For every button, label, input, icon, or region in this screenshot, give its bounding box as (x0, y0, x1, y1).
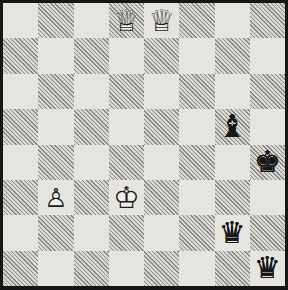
square-a2[interactable] (3, 215, 38, 250)
square-c2[interactable] (74, 215, 109, 250)
square-d8[interactable]: ♛♕ (109, 3, 144, 38)
piece-outline-glyph: ♔ (109, 180, 144, 215)
square-h8[interactable] (250, 3, 285, 38)
square-g5[interactable]: ♝ (215, 109, 250, 144)
square-g1[interactable] (215, 251, 250, 286)
square-h1[interactable]: ♛ (250, 251, 285, 286)
square-g2[interactable]: ♛ (215, 215, 250, 250)
square-c1[interactable] (74, 251, 109, 286)
piece-glyph: ♚ (250, 145, 285, 180)
piece-glyph: ♛ (215, 215, 250, 250)
square-c5[interactable] (74, 109, 109, 144)
square-g6[interactable] (215, 74, 250, 109)
square-g3[interactable] (215, 180, 250, 215)
square-d4[interactable] (109, 145, 144, 180)
square-b7[interactable] (38, 38, 73, 73)
square-a7[interactable] (3, 38, 38, 73)
piece-white-queen[interactable]: ♛♕ (109, 3, 144, 38)
piece-outline-glyph: ♙ (38, 180, 73, 215)
piece-black-king[interactable]: ♚ (250, 145, 285, 180)
square-e2[interactable] (144, 215, 179, 250)
piece-white-king[interactable]: ♚♔ (109, 180, 144, 215)
square-h3[interactable] (250, 180, 285, 215)
square-h5[interactable] (250, 109, 285, 144)
square-e4[interactable] (144, 145, 179, 180)
square-f5[interactable] (179, 109, 214, 144)
square-f4[interactable] (179, 145, 214, 180)
piece-black-queen[interactable]: ♛ (215, 215, 250, 250)
square-f8[interactable] (179, 3, 214, 38)
square-f6[interactable] (179, 74, 214, 109)
square-h7[interactable] (250, 38, 285, 73)
square-a1[interactable] (3, 251, 38, 286)
square-b1[interactable] (38, 251, 73, 286)
square-b5[interactable] (38, 109, 73, 144)
square-h2[interactable] (250, 215, 285, 250)
piece-black-queen[interactable]: ♛ (250, 251, 285, 286)
square-c4[interactable] (74, 145, 109, 180)
piece-white-pawn[interactable]: ♟♙ (38, 180, 73, 215)
square-e6[interactable] (144, 74, 179, 109)
square-e7[interactable] (144, 38, 179, 73)
square-f3[interactable] (179, 180, 214, 215)
square-b6[interactable] (38, 74, 73, 109)
square-h6[interactable] (250, 74, 285, 109)
square-d7[interactable] (109, 38, 144, 73)
square-a5[interactable] (3, 109, 38, 144)
square-f2[interactable] (179, 215, 214, 250)
square-g8[interactable] (215, 3, 250, 38)
square-e8[interactable]: ♛♕ (144, 3, 179, 38)
chess-board: ♛♕♛♕♝♚♟♙♚♔♛♛ (3, 3, 285, 286)
piece-glyph: ♛ (250, 251, 285, 286)
square-e5[interactable] (144, 109, 179, 144)
square-b4[interactable] (38, 145, 73, 180)
square-f1[interactable] (179, 251, 214, 286)
square-c6[interactable] (74, 74, 109, 109)
piece-outline-glyph: ♕ (109, 3, 144, 38)
square-b2[interactable] (38, 215, 73, 250)
square-b8[interactable] (38, 3, 73, 38)
piece-outline-glyph: ♕ (144, 3, 179, 38)
square-g7[interactable] (215, 38, 250, 73)
square-a4[interactable] (3, 145, 38, 180)
square-e1[interactable] (144, 251, 179, 286)
square-a6[interactable] (3, 74, 38, 109)
square-d6[interactable] (109, 74, 144, 109)
square-c3[interactable] (74, 180, 109, 215)
square-d5[interactable] (109, 109, 144, 144)
square-a8[interactable] (3, 3, 38, 38)
square-d1[interactable] (109, 251, 144, 286)
square-c7[interactable] (74, 38, 109, 73)
square-f7[interactable] (179, 38, 214, 73)
piece-glyph: ♝ (215, 109, 250, 144)
square-c8[interactable] (74, 3, 109, 38)
square-d3[interactable]: ♚♔ (109, 180, 144, 215)
piece-white-queen[interactable]: ♛♕ (144, 3, 179, 38)
piece-black-bishop[interactable]: ♝ (215, 109, 250, 144)
board-frame: ♛♕♛♕♝♚♟♙♚♔♛♛ (0, 0, 288, 290)
square-a3[interactable] (3, 180, 38, 215)
square-b3[interactable]: ♟♙ (38, 180, 73, 215)
square-e3[interactable] (144, 180, 179, 215)
square-g4[interactable] (215, 145, 250, 180)
square-d2[interactable] (109, 215, 144, 250)
square-h4[interactable]: ♚ (250, 145, 285, 180)
